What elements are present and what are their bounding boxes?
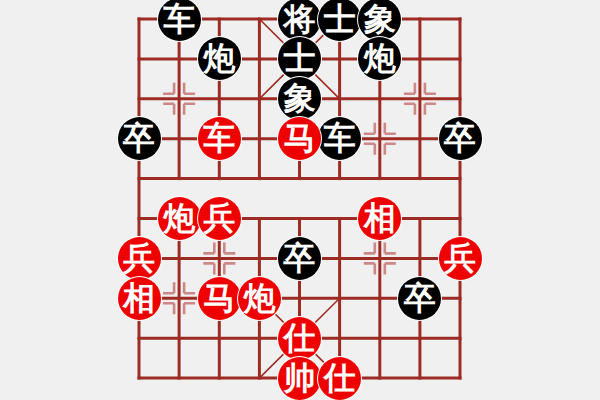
piece-black-soldier[interactable]: 卒	[118, 117, 161, 160]
xiangqi-board: 车将士象炮士炮象卒车卒卒卒车马炮兵相兵兵相马炮仕帅仕	[0, 0, 600, 400]
piece-black-advisor[interactable]: 士	[318, 0, 361, 41]
piece-red-elephant[interactable]: 相	[358, 197, 401, 240]
piece-black-soldier[interactable]: 卒	[278, 237, 321, 280]
piece-red-advisor[interactable]: 仕	[278, 317, 321, 360]
piece-red-horse[interactable]: 马	[278, 117, 321, 160]
piece-black-elephant[interactable]: 象	[278, 77, 321, 120]
piece-red-elephant[interactable]: 相	[118, 277, 161, 320]
xiangqi-app: 车将士象炮士炮象卒车卒卒卒车马炮兵相兵兵相马炮仕帅仕	[0, 0, 600, 400]
piece-red-cannon[interactable]: 炮	[158, 197, 201, 240]
piece-black-soldier[interactable]: 卒	[398, 277, 441, 320]
piece-black-advisor[interactable]: 士	[278, 37, 321, 80]
piece-red-soldier[interactable]: 兵	[118, 237, 161, 280]
piece-black-general[interactable]: 将	[278, 0, 321, 41]
piece-red-advisor[interactable]: 仕	[318, 357, 361, 400]
piece-black-chariot[interactable]: 车	[318, 117, 361, 160]
piece-black-cannon[interactable]: 炮	[198, 37, 241, 80]
pieces-layer: 车将士象炮士炮象卒车卒卒卒车马炮兵相兵兵相马炮仕帅仕	[0, 0, 600, 400]
piece-red-cannon[interactable]: 炮	[238, 277, 281, 320]
piece-black-soldier[interactable]: 卒	[439, 117, 482, 160]
piece-red-general[interactable]: 帅	[278, 357, 321, 400]
piece-red-soldier[interactable]: 兵	[439, 237, 482, 280]
piece-red-soldier[interactable]: 兵	[198, 197, 241, 240]
piece-black-chariot[interactable]: 车	[158, 0, 201, 41]
piece-red-horse[interactable]: 马	[198, 277, 241, 320]
piece-black-elephant[interactable]: 象	[358, 0, 401, 41]
piece-black-cannon[interactable]: 炮	[358, 37, 401, 80]
piece-red-chariot[interactable]: 车	[198, 117, 241, 160]
